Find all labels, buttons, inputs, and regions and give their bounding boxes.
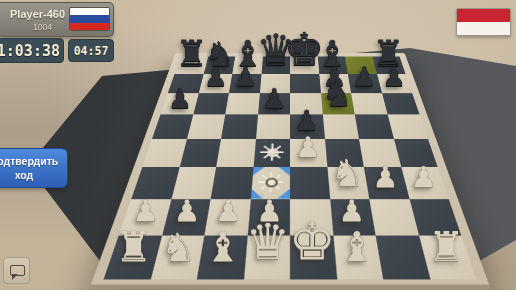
- square-b4[interactable]: [179, 139, 221, 167]
- square-c6[interactable]: [225, 93, 259, 115]
- speech-bubble-icon: [10, 265, 25, 276]
- square-d5[interactable]: [256, 115, 291, 139]
- piece-white-knight-f3[interactable]: ♞: [331, 155, 364, 192]
- chat-button[interactable]: [3, 257, 30, 284]
- piece-white-pawn-h3[interactable]: ♟: [411, 163, 437, 192]
- square-c5[interactable]: [221, 115, 258, 139]
- player-rating: 1004: [33, 22, 52, 32]
- piece-white-rook-a1[interactable]: ♜: [115, 227, 152, 268]
- piece-white-rook-h1[interactable]: ♜: [428, 227, 465, 268]
- move-timer: 04:57: [68, 39, 114, 62]
- russia-flag-icon: [69, 7, 110, 31]
- piece-white-pawn-g3[interactable]: ♟: [373, 163, 399, 192]
- move-marker-star-icon: [253, 139, 290, 167]
- square-e7[interactable]: [290, 74, 321, 93]
- confirm-move-button[interactable]: Подтвердить ход: [0, 148, 68, 188]
- square-e3[interactable]: [290, 167, 330, 199]
- piece-black-pawn-d6[interactable]: ♟: [262, 84, 286, 111]
- player-panel: Player-460 1004: [0, 2, 114, 37]
- piece-white-bishop-f1[interactable]: ♝: [339, 227, 376, 268]
- chess-app-screen: ♜♞♝♛♚♝♜♟♟♟♟♟♟♟♞♟♟♞♟♟♟♟♟♟♟♜♞♝♛♚♝♜ Player-…: [0, 0, 516, 290]
- player-name: Player-460: [10, 8, 65, 20]
- square-h6[interactable]: [382, 93, 420, 115]
- square-d4[interactable]: [253, 139, 290, 167]
- piece-black-pawn-a6[interactable]: ♟: [168, 84, 192, 111]
- square-b5[interactable]: [187, 115, 226, 139]
- main-timer: 1:03:38: [0, 38, 64, 63]
- piece-black-pawn-g7[interactable]: ♟: [352, 64, 376, 91]
- indonesia-flag-icon: [456, 8, 511, 36]
- piece-white-bishop-c1[interactable]: ♝: [205, 227, 242, 268]
- piece-white-queen-d1[interactable]: ♛: [245, 219, 290, 269]
- piece-black-pawn-c7[interactable]: ♟: [233, 64, 257, 91]
- piece-black-knight-f6[interactable]: ♞: [321, 77, 352, 112]
- square-c4[interactable]: [216, 139, 255, 167]
- square-b6[interactable]: [193, 93, 229, 115]
- square-f5[interactable]: [322, 115, 359, 139]
- piece-white-pawn-b2[interactable]: ♟: [174, 198, 200, 228]
- piece-white-king-e1[interactable]: ♚: [289, 217, 336, 269]
- square-h5[interactable]: [387, 115, 428, 139]
- piece-black-pawn-h7[interactable]: ♟: [382, 64, 406, 91]
- piece-white-pawn-e4[interactable]: ♟: [295, 133, 320, 161]
- piece-black-pawn-b7[interactable]: ♟: [204, 64, 228, 91]
- piece-white-knight-b1[interactable]: ♞: [161, 229, 196, 268]
